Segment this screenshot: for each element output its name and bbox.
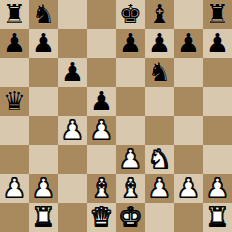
square-f5[interactable] bbox=[145, 87, 174, 116]
square-g1[interactable] bbox=[174, 203, 203, 232]
square-h1[interactable]: ♜ bbox=[203, 203, 232, 232]
piece-white-knight-f3[interactable]: ♞ bbox=[148, 145, 171, 174]
square-d2[interactable]: ♝ bbox=[87, 174, 116, 203]
square-d3[interactable] bbox=[87, 145, 116, 174]
piece-white-pawn-d4[interactable]: ♟ bbox=[90, 116, 113, 145]
piece-black-pawn-h7[interactable]: ♟ bbox=[206, 29, 229, 58]
square-g6[interactable] bbox=[174, 58, 203, 87]
piece-white-pawn-h2[interactable]: ♟ bbox=[206, 174, 229, 203]
square-e4[interactable] bbox=[116, 116, 145, 145]
square-h3[interactable] bbox=[203, 145, 232, 174]
piece-black-pawn-f7[interactable]: ♟ bbox=[148, 29, 171, 58]
square-c3[interactable] bbox=[58, 145, 87, 174]
square-f3[interactable]: ♞ bbox=[145, 145, 174, 174]
square-b8[interactable]: ♞ bbox=[29, 0, 58, 29]
piece-black-pawn-g7[interactable]: ♟ bbox=[177, 29, 200, 58]
square-b1[interactable]: ♜ bbox=[29, 203, 58, 232]
square-g3[interactable] bbox=[174, 145, 203, 174]
square-a2[interactable]: ♟ bbox=[0, 174, 29, 203]
square-b2[interactable]: ♟ bbox=[29, 174, 58, 203]
square-c2[interactable] bbox=[58, 174, 87, 203]
square-d1[interactable]: ♛ bbox=[87, 203, 116, 232]
piece-white-bishop-d2[interactable]: ♝ bbox=[90, 174, 113, 203]
piece-black-pawn-d5[interactable]: ♟ bbox=[90, 87, 113, 116]
square-g2[interactable]: ♟ bbox=[174, 174, 203, 203]
square-d4[interactable]: ♟ bbox=[87, 116, 116, 145]
piece-white-king-e1[interactable]: ♚ bbox=[119, 203, 142, 232]
piece-white-rook-b1[interactable]: ♜ bbox=[32, 203, 55, 232]
square-g4[interactable] bbox=[174, 116, 203, 145]
piece-white-pawn-g2[interactable]: ♟ bbox=[177, 174, 200, 203]
square-b6[interactable] bbox=[29, 58, 58, 87]
piece-white-pawn-f2[interactable]: ♟ bbox=[148, 174, 171, 203]
piece-black-pawn-b7[interactable]: ♟ bbox=[32, 29, 55, 58]
piece-black-pawn-c6[interactable]: ♟ bbox=[61, 58, 84, 87]
square-c7[interactable] bbox=[58, 29, 87, 58]
piece-black-pawn-e7[interactable]: ♟ bbox=[119, 29, 142, 58]
square-e1[interactable]: ♚ bbox=[116, 203, 145, 232]
square-e3[interactable]: ♟ bbox=[116, 145, 145, 174]
piece-black-knight-b8[interactable]: ♞ bbox=[32, 0, 55, 29]
square-g5[interactable] bbox=[174, 87, 203, 116]
square-d5[interactable]: ♟ bbox=[87, 87, 116, 116]
square-c8[interactable] bbox=[58, 0, 87, 29]
square-a6[interactable] bbox=[0, 58, 29, 87]
chess-board: ♜♞♚♝♜♟♟♟♟♟♟♟♞♛♟♟♟♟♞♟♟♝♝♟♟♟♜♛♚♜ bbox=[0, 0, 232, 232]
square-g8[interactable] bbox=[174, 0, 203, 29]
square-f6[interactable]: ♞ bbox=[145, 58, 174, 87]
piece-black-rook-a8[interactable]: ♜ bbox=[3, 0, 26, 29]
piece-white-pawn-a2[interactable]: ♟ bbox=[3, 174, 26, 203]
square-b4[interactable] bbox=[29, 116, 58, 145]
square-d7[interactable] bbox=[87, 29, 116, 58]
square-a4[interactable] bbox=[0, 116, 29, 145]
square-c1[interactable] bbox=[58, 203, 87, 232]
square-b5[interactable] bbox=[29, 87, 58, 116]
square-h8[interactable]: ♜ bbox=[203, 0, 232, 29]
piece-black-rook-h8[interactable]: ♜ bbox=[206, 0, 229, 29]
square-b7[interactable]: ♟ bbox=[29, 29, 58, 58]
square-h5[interactable] bbox=[203, 87, 232, 116]
piece-white-pawn-b2[interactable]: ♟ bbox=[32, 174, 55, 203]
piece-white-rook-h1[interactable]: ♜ bbox=[206, 203, 229, 232]
square-f4[interactable] bbox=[145, 116, 174, 145]
square-h7[interactable]: ♟ bbox=[203, 29, 232, 58]
square-e6[interactable] bbox=[116, 58, 145, 87]
square-a1[interactable] bbox=[0, 203, 29, 232]
square-c6[interactable]: ♟ bbox=[58, 58, 87, 87]
piece-black-knight-f6[interactable]: ♞ bbox=[148, 58, 171, 87]
square-e8[interactable]: ♚ bbox=[116, 0, 145, 29]
square-b3[interactable] bbox=[29, 145, 58, 174]
square-f8[interactable]: ♝ bbox=[145, 0, 174, 29]
square-g7[interactable]: ♟ bbox=[174, 29, 203, 58]
square-e5[interactable] bbox=[116, 87, 145, 116]
square-c5[interactable] bbox=[58, 87, 87, 116]
piece-white-bishop-e2[interactable]: ♝ bbox=[119, 174, 142, 203]
piece-white-pawn-c4[interactable]: ♟ bbox=[61, 116, 84, 145]
piece-black-bishop-f8[interactable]: ♝ bbox=[148, 0, 171, 29]
square-f1[interactable] bbox=[145, 203, 174, 232]
square-d8[interactable] bbox=[87, 0, 116, 29]
square-d6[interactable] bbox=[87, 58, 116, 87]
square-h4[interactable] bbox=[203, 116, 232, 145]
square-e2[interactable]: ♝ bbox=[116, 174, 145, 203]
piece-black-king-e8[interactable]: ♚ bbox=[119, 0, 142, 29]
square-a3[interactable] bbox=[0, 145, 29, 174]
square-c4[interactable]: ♟ bbox=[58, 116, 87, 145]
piece-white-pawn-e3[interactable]: ♟ bbox=[119, 145, 142, 174]
square-f2[interactable]: ♟ bbox=[145, 174, 174, 203]
square-h2[interactable]: ♟ bbox=[203, 174, 232, 203]
square-h6[interactable] bbox=[203, 58, 232, 87]
piece-white-queen-d1[interactable]: ♛ bbox=[90, 203, 113, 232]
square-f7[interactable]: ♟ bbox=[145, 29, 174, 58]
square-a8[interactable]: ♜ bbox=[0, 0, 29, 29]
square-a5[interactable]: ♛ bbox=[0, 87, 29, 116]
piece-black-pawn-a7[interactable]: ♟ bbox=[3, 29, 26, 58]
square-e7[interactable]: ♟ bbox=[116, 29, 145, 58]
piece-black-queen-a5[interactable]: ♛ bbox=[3, 87, 26, 116]
square-a7[interactable]: ♟ bbox=[0, 29, 29, 58]
